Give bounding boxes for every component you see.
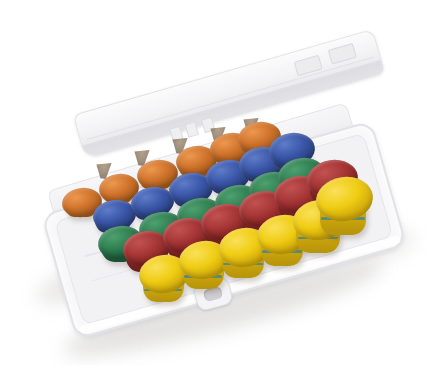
magnet-r5c6-yellow (316, 177, 373, 260)
scene-background (0, 0, 431, 365)
